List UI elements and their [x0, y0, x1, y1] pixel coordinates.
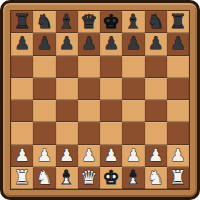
square-a3[interactable]: [11, 122, 33, 144]
square-e3[interactable]: [100, 122, 122, 144]
square-d7[interactable]: ♟: [78, 33, 100, 55]
piece-black-king[interactable]: ♚: [103, 12, 120, 31]
chess-board: ♜♞♝♛♚♝♞♜♟♟♟♟♟♟♟♟♟♟♟♟♟♟♟♟♜♞♝♛♚♝♞♜: [10, 10, 190, 190]
square-a7[interactable]: ♟: [11, 33, 33, 55]
square-b5[interactable]: [33, 78, 55, 100]
square-e5[interactable]: [100, 78, 122, 100]
square-d4[interactable]: [78, 100, 100, 122]
square-g4[interactable]: [145, 100, 167, 122]
piece-white-pawn[interactable]: ♟: [170, 147, 185, 164]
square-f7[interactable]: ♟: [122, 33, 144, 55]
square-f2[interactable]: ♟: [122, 145, 144, 167]
square-d3[interactable]: [78, 122, 100, 144]
square-b7[interactable]: ♟: [33, 33, 55, 55]
chess-board-frame: ♜♞♝♛♚♝♞♜♟♟♟♟♟♟♟♟♟♟♟♟♟♟♟♟♜♞♝♛♚♝♞♜: [0, 0, 200, 200]
square-b6[interactable]: [33, 56, 55, 78]
square-h8[interactable]: ♜: [167, 11, 189, 33]
piece-black-pawn[interactable]: ♟: [37, 35, 52, 52]
square-f5[interactable]: [122, 78, 144, 100]
piece-black-pawn[interactable]: ♟: [81, 35, 96, 52]
piece-black-queen[interactable]: ♛: [80, 12, 97, 31]
square-h7[interactable]: ♟: [167, 33, 189, 55]
piece-black-bishop[interactable]: ♝: [58, 12, 75, 31]
square-e7[interactable]: ♟: [100, 33, 122, 55]
square-b8[interactable]: ♞: [33, 11, 55, 33]
square-f4[interactable]: [122, 100, 144, 122]
square-e1[interactable]: ♚: [100, 167, 122, 189]
piece-black-pawn[interactable]: ♟: [59, 35, 74, 52]
square-d5[interactable]: [78, 78, 100, 100]
square-a6[interactable]: [11, 56, 33, 78]
square-a5[interactable]: [11, 78, 33, 100]
piece-white-bishop[interactable]: ♝: [58, 168, 75, 187]
square-d2[interactable]: ♟: [78, 145, 100, 167]
piece-black-pawn[interactable]: ♟: [126, 35, 141, 52]
square-f1[interactable]: ♝: [122, 167, 144, 189]
piece-black-pawn[interactable]: ♟: [170, 35, 185, 52]
square-b4[interactable]: [33, 100, 55, 122]
square-f3[interactable]: [122, 122, 144, 144]
square-a2[interactable]: ♟: [11, 145, 33, 167]
piece-white-pawn[interactable]: ♟: [104, 147, 119, 164]
square-c7[interactable]: ♟: [56, 33, 78, 55]
piece-white-pawn[interactable]: ♟: [81, 147, 96, 164]
square-e4[interactable]: [100, 100, 122, 122]
square-b1[interactable]: ♞: [33, 167, 55, 189]
square-g3[interactable]: [145, 122, 167, 144]
piece-black-pawn[interactable]: ♟: [148, 35, 163, 52]
square-c8[interactable]: ♝: [56, 11, 78, 33]
piece-white-pawn[interactable]: ♟: [37, 147, 52, 164]
square-g7[interactable]: ♟: [145, 33, 167, 55]
square-c4[interactable]: [56, 100, 78, 122]
square-g1[interactable]: ♞: [145, 167, 167, 189]
piece-black-bishop[interactable]: ♝: [125, 12, 142, 31]
square-c6[interactable]: [56, 56, 78, 78]
square-c1[interactable]: ♝: [56, 167, 78, 189]
piece-white-queen[interactable]: ♛: [80, 168, 97, 187]
piece-black-rook[interactable]: ♜: [169, 12, 186, 31]
square-d1[interactable]: ♛: [78, 167, 100, 189]
piece-black-knight[interactable]: ♞: [147, 12, 164, 31]
square-a4[interactable]: [11, 100, 33, 122]
square-g8[interactable]: ♞: [145, 11, 167, 33]
square-f6[interactable]: [122, 56, 144, 78]
piece-white-pawn[interactable]: ♟: [15, 147, 30, 164]
square-e8[interactable]: ♚: [100, 11, 122, 33]
square-h6[interactable]: [167, 56, 189, 78]
piece-white-pawn[interactable]: ♟: [59, 147, 74, 164]
piece-black-rook[interactable]: ♜: [14, 12, 31, 31]
piece-white-king[interactable]: ♚: [103, 168, 120, 187]
piece-black-pawn[interactable]: ♟: [15, 35, 30, 52]
square-g6[interactable]: [145, 56, 167, 78]
square-g2[interactable]: ♟: [145, 145, 167, 167]
square-e2[interactable]: ♟: [100, 145, 122, 167]
square-h5[interactable]: [167, 78, 189, 100]
square-d8[interactable]: ♛: [78, 11, 100, 33]
piece-white-pawn[interactable]: ♟: [126, 147, 141, 164]
square-h4[interactable]: [167, 100, 189, 122]
square-b2[interactable]: ♟: [33, 145, 55, 167]
square-g5[interactable]: [145, 78, 167, 100]
piece-black-knight[interactable]: ♞: [36, 12, 53, 31]
piece-white-knight[interactable]: ♞: [36, 168, 53, 187]
square-h3[interactable]: [167, 122, 189, 144]
piece-white-rook[interactable]: ♜: [14, 168, 31, 187]
square-c5[interactable]: [56, 78, 78, 100]
square-a1[interactable]: ♜: [11, 167, 33, 189]
square-c2[interactable]: ♟: [56, 145, 78, 167]
piece-white-knight[interactable]: ♞: [147, 168, 164, 187]
square-e6[interactable]: [100, 56, 122, 78]
square-d6[interactable]: [78, 56, 100, 78]
square-a8[interactable]: ♜: [11, 11, 33, 33]
piece-white-rook[interactable]: ♜: [169, 168, 186, 187]
piece-white-bishop[interactable]: ♝: [125, 168, 142, 187]
square-b3[interactable]: [33, 122, 55, 144]
square-c3[interactable]: [56, 122, 78, 144]
piece-black-pawn[interactable]: ♟: [104, 35, 119, 52]
square-h2[interactable]: ♟: [167, 145, 189, 167]
square-h1[interactable]: ♜: [167, 167, 189, 189]
piece-white-pawn[interactable]: ♟: [148, 147, 163, 164]
square-f8[interactable]: ♝: [122, 11, 144, 33]
